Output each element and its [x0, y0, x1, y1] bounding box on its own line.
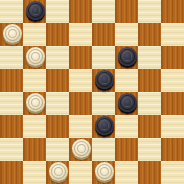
square-c7[interactable]	[46, 23, 69, 46]
square-b4[interactable]	[23, 92, 46, 115]
square-d6[interactable]	[69, 46, 92, 69]
square-b3	[23, 115, 46, 138]
square-d7	[69, 23, 92, 46]
square-b5	[23, 69, 46, 92]
square-c2	[46, 138, 69, 161]
square-e5[interactable]	[92, 69, 115, 92]
square-a1[interactable]	[0, 161, 23, 184]
square-e1[interactable]	[92, 161, 115, 184]
square-g6	[138, 46, 161, 69]
square-e2	[92, 138, 115, 161]
square-a5[interactable]	[0, 69, 23, 92]
square-h1	[161, 161, 184, 184]
square-h6[interactable]	[161, 46, 184, 69]
square-c3[interactable]	[46, 115, 69, 138]
square-f2[interactable]	[115, 138, 138, 161]
square-b7	[23, 23, 46, 46]
square-e4	[92, 92, 115, 115]
square-g4	[138, 92, 161, 115]
square-f1	[115, 161, 138, 184]
white-man-e1[interactable]	[95, 162, 114, 181]
white-man-b4[interactable]	[26, 93, 45, 112]
square-c8	[46, 0, 69, 23]
square-e3[interactable]	[92, 115, 115, 138]
square-h4[interactable]	[161, 92, 184, 115]
square-f3	[115, 115, 138, 138]
square-f8[interactable]	[115, 0, 138, 23]
square-a8	[0, 0, 23, 23]
square-a3[interactable]	[0, 115, 23, 138]
square-d1	[69, 161, 92, 184]
square-c4	[46, 92, 69, 115]
square-g2	[138, 138, 161, 161]
checkers-board	[0, 0, 184, 184]
square-g1[interactable]	[138, 161, 161, 184]
square-d5	[69, 69, 92, 92]
square-f4[interactable]	[115, 92, 138, 115]
square-h3	[161, 115, 184, 138]
square-b1	[23, 161, 46, 184]
square-h7	[161, 23, 184, 46]
square-c1[interactable]	[46, 161, 69, 184]
square-d8[interactable]	[69, 0, 92, 23]
square-g5[interactable]	[138, 69, 161, 92]
square-a4	[0, 92, 23, 115]
square-c5[interactable]	[46, 69, 69, 92]
square-d4[interactable]	[69, 92, 92, 115]
black-man-f4[interactable]	[118, 93, 137, 112]
square-d2[interactable]	[69, 138, 92, 161]
black-man-e5[interactable]	[95, 70, 114, 89]
square-c6	[46, 46, 69, 69]
square-b2[interactable]	[23, 138, 46, 161]
square-f5	[115, 69, 138, 92]
square-f6[interactable]	[115, 46, 138, 69]
black-man-e3[interactable]	[95, 116, 114, 135]
square-f7	[115, 23, 138, 46]
white-man-a7[interactable]	[3, 24, 22, 43]
black-man-b8[interactable]	[26, 1, 45, 20]
square-d3	[69, 115, 92, 138]
black-man-f6[interactable]	[118, 47, 137, 66]
square-b6[interactable]	[23, 46, 46, 69]
square-b8[interactable]	[23, 0, 46, 23]
square-a6	[0, 46, 23, 69]
square-e8	[92, 0, 115, 23]
square-e6	[92, 46, 115, 69]
square-h5	[161, 69, 184, 92]
square-g8	[138, 0, 161, 23]
square-h8[interactable]	[161, 0, 184, 23]
white-man-b6[interactable]	[26, 47, 45, 66]
square-h2[interactable]	[161, 138, 184, 161]
square-e7[interactable]	[92, 23, 115, 46]
square-a2	[0, 138, 23, 161]
square-g3[interactable]	[138, 115, 161, 138]
square-g7[interactable]	[138, 23, 161, 46]
square-a7[interactable]	[0, 23, 23, 46]
white-man-d2[interactable]	[72, 139, 91, 158]
white-man-c1[interactable]	[49, 162, 68, 181]
